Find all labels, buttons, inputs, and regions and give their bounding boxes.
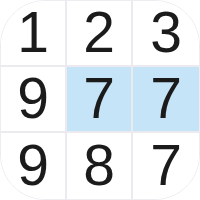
- cell-digit: 9: [17, 70, 49, 129]
- grid-cell-r2c3-highlighted: 7: [133, 67, 199, 133]
- grid-cell-r3c3: 7: [133, 133, 199, 199]
- cell-digit: 7: [150, 70, 182, 129]
- number-puzzle-app-icon[interactable]: 1 2 3 9 7 7 9 8 7: [0, 0, 200, 200]
- cell-digit: 8: [83, 137, 115, 196]
- grid-cell-r1c1: 1: [1, 1, 67, 67]
- grid-cell-r2c2-highlighted: 7: [67, 67, 133, 133]
- grid-cell-r1c2: 2: [67, 1, 133, 67]
- grid-cell-r2c1: 9: [1, 67, 67, 133]
- grid-cell-r3c2: 8: [67, 133, 133, 199]
- grid-cell-r1c3: 3: [133, 1, 199, 67]
- cell-digit: 7: [150, 137, 182, 196]
- cell-digit: 9: [17, 137, 49, 196]
- cell-digit: 3: [150, 4, 182, 63]
- cell-digit: 2: [83, 4, 115, 63]
- cell-digit: 7: [83, 70, 115, 129]
- number-grid: 1 2 3 9 7 7 9 8 7: [1, 1, 199, 199]
- cell-digit: 1: [17, 4, 49, 63]
- grid-cell-r3c1: 9: [1, 133, 67, 199]
